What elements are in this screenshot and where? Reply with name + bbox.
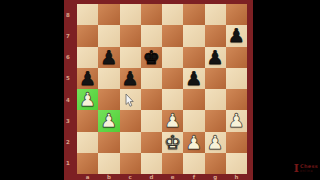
- square-a7[interactable]: [77, 25, 98, 46]
- chess-board: 87654321 abcdefgh ♟♟♚♟♟♟♟♟♟♟♟♚♟♟: [64, 0, 253, 180]
- square-h8[interactable]: [226, 4, 247, 25]
- square-g8[interactable]: [205, 4, 226, 25]
- piece-black-pawn[interactable]: ♟: [183, 68, 204, 89]
- square-d2[interactable]: [141, 132, 162, 153]
- square-d7[interactable]: [141, 25, 162, 46]
- square-a8[interactable]: [77, 4, 98, 25]
- square-h5[interactable]: [226, 68, 247, 89]
- file-label-c: c: [120, 174, 141, 180]
- square-g6[interactable]: ♟: [205, 47, 226, 68]
- square-e3[interactable]: ♟: [162, 110, 183, 131]
- watermark-initial: I: [294, 163, 299, 174]
- square-c5[interactable]: ♟: [120, 68, 141, 89]
- square-b7[interactable]: [98, 25, 119, 46]
- square-f6[interactable]: [183, 47, 204, 68]
- rank-labels: 87654321: [64, 4, 77, 174]
- square-h4[interactable]: [226, 89, 247, 110]
- square-b2[interactable]: [98, 132, 119, 153]
- square-a2[interactable]: [77, 132, 98, 153]
- rank-label-7: 7: [64, 25, 77, 46]
- piece-black-pawn[interactable]: ♟: [77, 68, 98, 89]
- square-g3[interactable]: [205, 110, 226, 131]
- square-c3[interactable]: [120, 110, 141, 131]
- square-a1[interactable]: [77, 153, 98, 174]
- square-f2[interactable]: ♟: [183, 132, 204, 153]
- rank-label-8: 8: [64, 4, 77, 25]
- square-g7[interactable]: [205, 25, 226, 46]
- square-c7[interactable]: [120, 25, 141, 46]
- square-c1[interactable]: [120, 153, 141, 174]
- square-h7[interactable]: ♟: [226, 25, 247, 46]
- square-e7[interactable]: [162, 25, 183, 46]
- square-d6[interactable]: ♚: [141, 47, 162, 68]
- piece-white-pawn[interactable]: ♟: [226, 110, 247, 131]
- square-b3[interactable]: ♟: [98, 110, 119, 131]
- watermark-subtext: online: [300, 169, 318, 173]
- file-label-a: a: [77, 174, 98, 180]
- file-label-g: g: [205, 174, 226, 180]
- piece-black-king[interactable]: ♚: [141, 47, 162, 68]
- square-e1[interactable]: [162, 153, 183, 174]
- file-label-e: e: [162, 174, 183, 180]
- square-e8[interactable]: [162, 4, 183, 25]
- square-e2[interactable]: ♚: [162, 132, 183, 153]
- rank-label-3: 3: [64, 110, 77, 131]
- square-b5[interactable]: [98, 68, 119, 89]
- square-c2[interactable]: [120, 132, 141, 153]
- piece-white-pawn[interactable]: ♟: [205, 132, 226, 153]
- piece-white-pawn[interactable]: ♟: [77, 89, 98, 110]
- square-h2[interactable]: [226, 132, 247, 153]
- square-f8[interactable]: [183, 4, 204, 25]
- watermark-logo: I Chess online: [294, 163, 318, 174]
- file-label-b: b: [98, 174, 119, 180]
- square-b8[interactable]: [98, 4, 119, 25]
- square-f3[interactable]: [183, 110, 204, 131]
- piece-black-pawn[interactable]: ♟: [98, 47, 119, 68]
- board-grid: ♟♟♚♟♟♟♟♟♟♟♟♚♟♟: [77, 4, 247, 174]
- piece-white-pawn[interactable]: ♟: [183, 132, 204, 153]
- square-g4[interactable]: [205, 89, 226, 110]
- square-b1[interactable]: [98, 153, 119, 174]
- file-labels: abcdefgh: [77, 174, 247, 180]
- square-g2[interactable]: ♟: [205, 132, 226, 153]
- file-label-f: f: [183, 174, 204, 180]
- square-b6[interactable]: ♟: [98, 47, 119, 68]
- square-h6[interactable]: [226, 47, 247, 68]
- square-c8[interactable]: [120, 4, 141, 25]
- square-d3[interactable]: [141, 110, 162, 131]
- square-c4[interactable]: [120, 89, 141, 110]
- rank-label-1: 1: [64, 153, 77, 174]
- square-f1[interactable]: [183, 153, 204, 174]
- video-frame: 87654321 abcdefgh ♟♟♚♟♟♟♟♟♟♟♟♚♟♟ I Chess…: [0, 0, 320, 180]
- square-a6[interactable]: [77, 47, 98, 68]
- rank-label-4: 4: [64, 89, 77, 110]
- piece-black-pawn[interactable]: ♟: [226, 25, 247, 46]
- square-g1[interactable]: [205, 153, 226, 174]
- square-e4[interactable]: [162, 89, 183, 110]
- piece-black-pawn[interactable]: ♟: [205, 47, 226, 68]
- square-h3[interactable]: ♟: [226, 110, 247, 131]
- square-e6[interactable]: [162, 47, 183, 68]
- file-label-h: h: [226, 174, 247, 180]
- piece-white-pawn[interactable]: ♟: [162, 110, 183, 131]
- square-c6[interactable]: [120, 47, 141, 68]
- piece-white-king[interactable]: ♚: [162, 132, 183, 153]
- square-f5[interactable]: ♟: [183, 68, 204, 89]
- square-a3[interactable]: [77, 110, 98, 131]
- file-label-d: d: [141, 174, 162, 180]
- piece-white-pawn[interactable]: ♟: [98, 110, 119, 131]
- square-d1[interactable]: [141, 153, 162, 174]
- square-g5[interactable]: [205, 68, 226, 89]
- rank-label-6: 6: [64, 47, 77, 68]
- rank-label-5: 5: [64, 68, 77, 89]
- square-d5[interactable]: [141, 68, 162, 89]
- square-e5[interactable]: [162, 68, 183, 89]
- piece-black-pawn[interactable]: ♟: [120, 68, 141, 89]
- square-b4[interactable]: [98, 89, 119, 110]
- square-d8[interactable]: [141, 4, 162, 25]
- square-f7[interactable]: [183, 25, 204, 46]
- square-h1[interactable]: [226, 153, 247, 174]
- square-f4[interactable]: [183, 89, 204, 110]
- square-a4[interactable]: ♟: [77, 89, 98, 110]
- rank-label-2: 2: [64, 132, 77, 153]
- square-d4[interactable]: [141, 89, 162, 110]
- square-a5[interactable]: ♟: [77, 68, 98, 89]
